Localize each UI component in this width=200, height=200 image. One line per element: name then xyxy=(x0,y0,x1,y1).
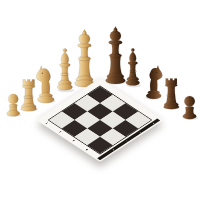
chess-set-product-photo xyxy=(0,0,200,200)
piece-dark-rook xyxy=(161,77,182,110)
piece-light-knight xyxy=(35,63,57,104)
piece-light-king xyxy=(72,29,97,88)
piece-dark-bishop xyxy=(124,47,142,88)
piece-dark-pawn xyxy=(180,95,199,120)
